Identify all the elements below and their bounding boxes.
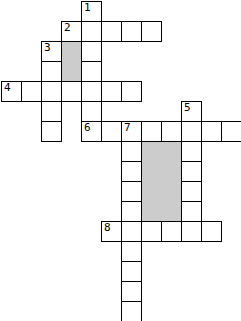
grid-cell[interactable] <box>41 61 62 82</box>
grid-cell[interactable] <box>121 301 142 321</box>
grid-cell[interactable]: 5 <box>181 101 202 122</box>
grid-cell[interactable] <box>81 61 102 82</box>
grid-cell[interactable] <box>141 121 162 142</box>
grid-cell[interactable] <box>181 181 202 202</box>
grid-cell[interactable]: 7 <box>121 121 142 142</box>
grid-cell[interactable] <box>201 121 222 142</box>
grid-cell[interactable]: 2 <box>61 21 82 42</box>
grid-cell[interactable] <box>121 141 142 162</box>
grid-cell[interactable] <box>121 201 142 222</box>
grid-cell[interactable] <box>201 221 222 242</box>
grid-cell[interactable] <box>101 21 122 42</box>
grid-cell[interactable] <box>221 121 241 142</box>
grid-cell[interactable] <box>61 81 82 102</box>
grid-cell[interactable]: 8 <box>101 221 122 242</box>
grid-cell[interactable] <box>181 201 202 222</box>
clue-number: 1 <box>84 2 91 13</box>
clue-number: 2 <box>64 22 71 33</box>
clue-number: 8 <box>104 222 111 233</box>
grid-cell[interactable] <box>161 221 182 242</box>
clue-number: 3 <box>44 42 51 53</box>
grid-cell[interactable]: 6 <box>81 121 102 142</box>
clue-number: 7 <box>124 122 131 133</box>
grid-cell[interactable]: 3 <box>41 41 62 62</box>
grid-cell[interactable] <box>141 221 162 242</box>
grid-cell[interactable] <box>121 221 142 242</box>
grid-cell[interactable] <box>101 121 122 142</box>
grid-cell[interactable] <box>121 181 142 202</box>
grid-cell[interactable] <box>41 81 62 102</box>
grid-cell[interactable] <box>121 261 142 282</box>
grid-cell[interactable] <box>101 81 122 102</box>
grid-cell[interactable]: 1 <box>81 1 102 22</box>
grid-cell[interactable] <box>41 121 62 142</box>
clue-number: 4 <box>4 82 11 93</box>
grid-cell[interactable] <box>181 141 202 162</box>
grid-cell[interactable] <box>21 81 42 102</box>
grid-cell[interactable]: 4 <box>1 81 22 102</box>
grid-cell[interactable] <box>141 21 162 42</box>
grid-cell[interactable] <box>121 21 142 42</box>
crossword-board: 12345678 <box>0 0 241 321</box>
shaded-block <box>141 141 182 222</box>
grid-cell[interactable] <box>81 41 102 62</box>
grid-cell[interactable] <box>181 161 202 182</box>
grid-cell[interactable] <box>41 101 62 122</box>
grid-cell[interactable] <box>121 241 142 262</box>
grid-cell[interactable] <box>81 101 102 122</box>
grid-cell[interactable] <box>81 21 102 42</box>
shaded-block <box>61 41 82 82</box>
grid-cell[interactable] <box>181 221 202 242</box>
grid-cell[interactable] <box>81 81 102 102</box>
grid-cell[interactable] <box>121 161 142 182</box>
grid-cell[interactable] <box>121 81 142 102</box>
grid-cell[interactable] <box>181 121 202 142</box>
clue-number: 5 <box>184 102 191 113</box>
grid-cell[interactable] <box>161 121 182 142</box>
grid-cell[interactable] <box>121 281 142 302</box>
clue-number: 6 <box>84 122 91 133</box>
